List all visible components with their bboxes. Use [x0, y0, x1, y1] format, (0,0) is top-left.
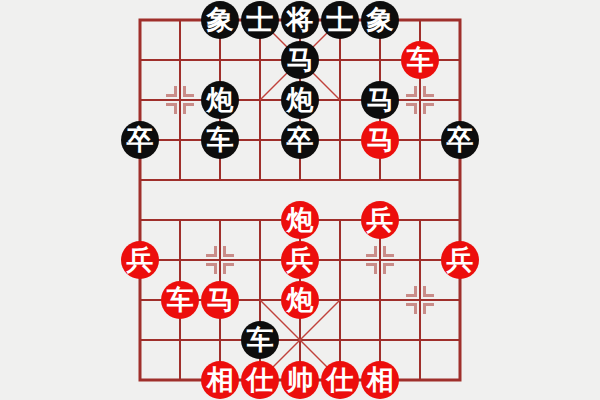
- piece-black-horse[interactable]: 马: [361, 81, 399, 119]
- piece-black-advisor[interactable]: 士: [321, 1, 359, 39]
- point-marker-corner: [383, 263, 394, 274]
- piece-black-cannon[interactable]: 炮: [201, 81, 239, 119]
- point-marker: [406, 86, 434, 114]
- piece-black-cannon[interactable]: 炮: [281, 81, 319, 119]
- piece-red-general[interactable]: 帅: [281, 361, 319, 399]
- point-marker-corner: [423, 86, 434, 97]
- piece-red-advisor[interactable]: 仕: [241, 361, 279, 399]
- piece-black-elephant[interactable]: 象: [201, 1, 239, 39]
- point-marker-corner: [183, 103, 194, 114]
- piece-red-pawn[interactable]: 兵: [281, 241, 319, 279]
- piece-red-elephant[interactable]: 相: [361, 361, 399, 399]
- point-marker-corner: [383, 246, 394, 257]
- point-marker: [366, 246, 394, 274]
- piece-black-pawn[interactable]: 卒: [121, 121, 159, 159]
- xiangqi-board[interactable]: 象士将士象马车炮炮马卒车卒马卒炮兵兵兵兵车马炮车相仕帅仕相: [0, 0, 600, 400]
- point-marker-corner: [406, 286, 417, 297]
- point-marker-corner: [366, 246, 377, 257]
- point-marker-corner: [223, 246, 234, 257]
- piece-red-pawn[interactable]: 兵: [361, 201, 399, 239]
- point-marker-corner: [183, 86, 194, 97]
- point-marker-corner: [206, 246, 217, 257]
- piece-red-elephant[interactable]: 相: [201, 361, 239, 399]
- point-marker-corner: [166, 86, 177, 97]
- point-marker-corner: [206, 263, 217, 274]
- point-marker-corner: [406, 303, 417, 314]
- point-marker: [406, 286, 434, 314]
- point-marker-corner: [223, 263, 234, 274]
- piece-red-rook[interactable]: 车: [161, 281, 199, 319]
- piece-black-rook[interactable]: 车: [241, 321, 279, 359]
- point-marker: [166, 86, 194, 114]
- piece-red-pawn[interactable]: 兵: [121, 241, 159, 279]
- piece-red-cannon[interactable]: 炮: [281, 281, 319, 319]
- point-marker-corner: [166, 103, 177, 114]
- point-marker-corner: [406, 103, 417, 114]
- piece-red-cannon[interactable]: 炮: [281, 201, 319, 239]
- piece-black-rook[interactable]: 车: [201, 121, 239, 159]
- piece-red-rook[interactable]: 车: [401, 41, 439, 79]
- piece-red-pawn[interactable]: 兵: [441, 241, 479, 279]
- point-marker-corner: [423, 303, 434, 314]
- piece-black-pawn[interactable]: 卒: [281, 121, 319, 159]
- point-marker: [206, 246, 234, 274]
- piece-black-horse[interactable]: 马: [281, 41, 319, 79]
- point-marker-corner: [366, 263, 377, 274]
- piece-black-general[interactable]: 将: [281, 1, 319, 39]
- point-marker-corner: [406, 86, 417, 97]
- point-marker-corner: [423, 286, 434, 297]
- piece-red-horse[interactable]: 马: [361, 121, 399, 159]
- piece-black-pawn[interactable]: 卒: [441, 121, 479, 159]
- piece-black-elephant[interactable]: 象: [361, 1, 399, 39]
- piece-red-horse[interactable]: 马: [201, 281, 239, 319]
- piece-red-advisor[interactable]: 仕: [321, 361, 359, 399]
- point-marker-corner: [423, 103, 434, 114]
- piece-black-advisor[interactable]: 士: [241, 1, 279, 39]
